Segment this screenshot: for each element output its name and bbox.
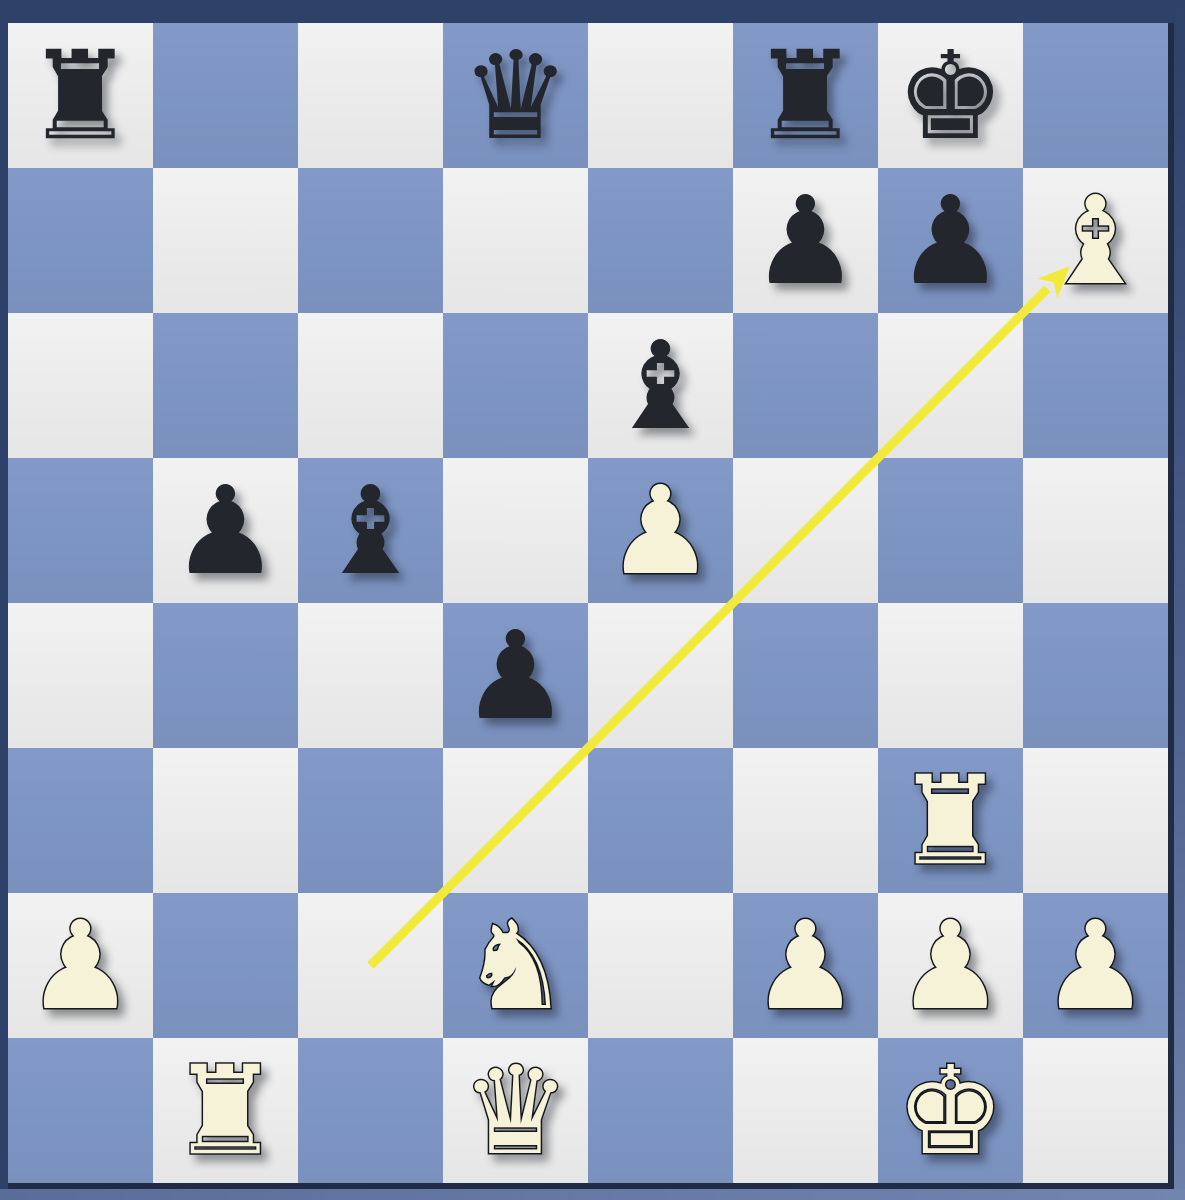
square-e5[interactable]: ♟: [588, 458, 733, 603]
square-c7[interactable]: [298, 168, 443, 313]
square-h8[interactable]: [1023, 23, 1168, 168]
square-h1[interactable]: [1023, 1038, 1168, 1183]
square-g1[interactable]: ♚: [878, 1038, 1023, 1183]
black-rook-a8[interactable]: ♜: [8, 23, 153, 168]
black-pawn-d4[interactable]: ♟: [443, 603, 588, 748]
square-g6[interactable]: [878, 313, 1023, 458]
chess-board[interactable]: ♜♛♜♚♟♟♝♝♟♝♟♟♜♟♞♟♟♟♜♛♚: [8, 23, 1174, 1189]
square-b8[interactable]: [153, 23, 298, 168]
square-g4[interactable]: [878, 603, 1023, 748]
square-e6[interactable]: ♝: [588, 313, 733, 458]
square-e4[interactable]: [588, 603, 733, 748]
square-b4[interactable]: [153, 603, 298, 748]
square-c1[interactable]: [298, 1038, 443, 1183]
square-h2[interactable]: ♟: [1023, 893, 1168, 1038]
square-f2[interactable]: ♟: [733, 893, 878, 1038]
square-g3[interactable]: ♜: [878, 748, 1023, 893]
square-d4[interactable]: ♟: [443, 603, 588, 748]
square-h7[interactable]: ♝: [1023, 168, 1168, 313]
square-d7[interactable]: [443, 168, 588, 313]
square-f7[interactable]: ♟: [733, 168, 878, 313]
square-a7[interactable]: [8, 168, 153, 313]
white-rook-g3[interactable]: ♜: [878, 748, 1023, 893]
white-knight-d2[interactable]: ♞: [443, 893, 588, 1038]
square-d2[interactable]: ♞: [443, 893, 588, 1038]
square-c2[interactable]: [298, 893, 443, 1038]
square-a3[interactable]: [8, 748, 153, 893]
black-bishop-e6[interactable]: ♝: [588, 313, 733, 458]
square-f6[interactable]: [733, 313, 878, 458]
square-e7[interactable]: [588, 168, 733, 313]
square-f1[interactable]: [733, 1038, 878, 1183]
square-c5[interactable]: ♝: [298, 458, 443, 603]
chess-board-frame: ♜♛♜♚♟♟♝♝♟♝♟♟♜♟♞♟♟♟♜♛♚: [0, 0, 1185, 1200]
square-a1[interactable]: [8, 1038, 153, 1183]
square-c3[interactable]: [298, 748, 443, 893]
white-pawn-e5[interactable]: ♟: [588, 458, 733, 603]
frame-bevel-bottom: [0, 1189, 1185, 1200]
square-b1[interactable]: ♜: [153, 1038, 298, 1183]
square-e3[interactable]: [588, 748, 733, 893]
square-g2[interactable]: ♟: [878, 893, 1023, 1038]
square-e8[interactable]: [588, 23, 733, 168]
square-c4[interactable]: [298, 603, 443, 748]
white-queen-d1[interactable]: ♛: [443, 1038, 588, 1183]
square-e2[interactable]: [588, 893, 733, 1038]
square-f5[interactable]: [733, 458, 878, 603]
square-d3[interactable]: [443, 748, 588, 893]
frame-bevel-right: [1174, 0, 1185, 1200]
white-rook-b1[interactable]: ♜: [153, 1038, 298, 1183]
square-f8[interactable]: ♜: [733, 23, 878, 168]
white-pawn-h2[interactable]: ♟: [1023, 893, 1168, 1038]
white-bishop-h7[interactable]: ♝: [1023, 168, 1168, 313]
square-g8[interactable]: ♚: [878, 23, 1023, 168]
white-pawn-f2[interactable]: ♟: [733, 893, 878, 1038]
black-pawn-g7[interactable]: ♟: [878, 168, 1023, 313]
square-c8[interactable]: [298, 23, 443, 168]
square-d6[interactable]: [443, 313, 588, 458]
white-king-g1[interactable]: ♚: [878, 1038, 1023, 1183]
square-d1[interactable]: ♛: [443, 1038, 588, 1183]
square-f4[interactable]: [733, 603, 878, 748]
black-queen-d8[interactable]: ♛: [443, 23, 588, 168]
square-a4[interactable]: [8, 603, 153, 748]
black-king-g8[interactable]: ♚: [878, 23, 1023, 168]
square-a6[interactable]: [8, 313, 153, 458]
square-h4[interactable]: [1023, 603, 1168, 748]
square-d8[interactable]: ♛: [443, 23, 588, 168]
square-g5[interactable]: [878, 458, 1023, 603]
square-e1[interactable]: [588, 1038, 733, 1183]
square-h6[interactable]: [1023, 313, 1168, 458]
square-b2[interactable]: [153, 893, 298, 1038]
black-pawn-f7[interactable]: ♟: [733, 168, 878, 313]
black-bishop-c5[interactable]: ♝: [298, 458, 443, 603]
square-d5[interactable]: [443, 458, 588, 603]
black-rook-f8[interactable]: ♜: [733, 23, 878, 168]
square-f3[interactable]: [733, 748, 878, 893]
square-a5[interactable]: [8, 458, 153, 603]
white-pawn-a2[interactable]: ♟: [8, 893, 153, 1038]
square-h3[interactable]: [1023, 748, 1168, 893]
square-a8[interactable]: ♜: [8, 23, 153, 168]
square-g7[interactable]: ♟: [878, 168, 1023, 313]
square-b7[interactable]: [153, 168, 298, 313]
square-a2[interactable]: ♟: [8, 893, 153, 1038]
black-pawn-b5[interactable]: ♟: [153, 458, 298, 603]
white-pawn-g2[interactable]: ♟: [878, 893, 1023, 1038]
square-b6[interactable]: [153, 313, 298, 458]
square-c6[interactable]: [298, 313, 443, 458]
square-h5[interactable]: [1023, 458, 1168, 603]
square-b5[interactable]: ♟: [153, 458, 298, 603]
square-b3[interactable]: [153, 748, 298, 893]
